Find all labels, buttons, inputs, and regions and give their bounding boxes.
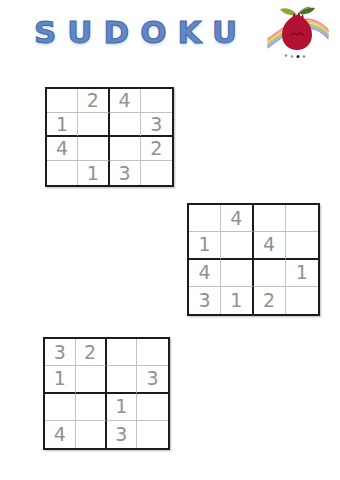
puzzle-1-cell-r3c3[interactable] xyxy=(110,137,141,161)
puzzle-2-cell-r1c2: 4 xyxy=(221,205,253,232)
puzzle-2-cell-r2c2[interactable] xyxy=(221,232,253,259)
puzzle-3-cell-r2c2[interactable] xyxy=(76,366,107,393)
puzzle-2-cell-r3c3[interactable] xyxy=(254,260,286,287)
leaves xyxy=(280,7,315,15)
puzzle-3-cell-r4c4[interactable] xyxy=(137,421,168,448)
puzzle-3-cell-r2c1: 1 xyxy=(45,366,76,393)
puzzle-3-cell-r1c1: 3 xyxy=(45,339,76,366)
pomegranate-rainbow-logo-icon xyxy=(266,5,330,61)
tiny-footer-dots xyxy=(285,54,306,58)
puzzle-3-cell-r2c3[interactable] xyxy=(107,366,138,393)
fruit-body xyxy=(282,13,312,51)
puzzle-2-cell-r4c2: 1 xyxy=(221,287,253,314)
puzzle-3-cell-r4c3: 3 xyxy=(107,421,138,448)
puzzle-2-cell-r1c3[interactable] xyxy=(254,205,286,232)
puzzle-3-cell-r3c1[interactable] xyxy=(45,394,76,421)
puzzle-3-cell-r3c2[interactable] xyxy=(76,394,107,421)
puzzle-2-cell-r1c1[interactable] xyxy=(189,205,221,232)
puzzle-1-cell-r1c4[interactable] xyxy=(141,89,172,113)
puzzle-2-cell-r1c4[interactable] xyxy=(286,205,318,232)
puzzle-3-cell-r2c4: 3 xyxy=(137,366,168,393)
sudoku-grid-1: 24134213 xyxy=(45,87,174,187)
puzzle-2-cell-r2c4[interactable] xyxy=(286,232,318,259)
puzzle-1-cell-r4c3: 3 xyxy=(110,161,141,185)
puzzle-1-cell-r3c4: 2 xyxy=(141,137,172,161)
sudoku-grid-2: 41441312 xyxy=(187,203,320,316)
puzzle-1-cell-r3c2[interactable] xyxy=(78,137,109,161)
puzzle-3-cell-r4c2[interactable] xyxy=(76,421,107,448)
puzzle-3-cell-r4c1: 4 xyxy=(45,421,76,448)
puzzle-2-cell-r3c2[interactable] xyxy=(221,260,253,287)
puzzle-1-cell-r2c3[interactable] xyxy=(110,113,141,137)
puzzle-2-cell-r4c4[interactable] xyxy=(286,287,318,314)
puzzle-1-cell-r1c1[interactable] xyxy=(47,89,78,113)
puzzle-1-cell-r3c1: 4 xyxy=(47,137,78,161)
puzzle-1-cell-r1c2: 2 xyxy=(78,89,109,113)
puzzle-1-cell-r1c3: 4 xyxy=(110,89,141,113)
page-title: SUDOKU xyxy=(34,14,248,50)
puzzle-2-cell-r2c1: 1 xyxy=(189,232,221,259)
puzzle-3-cell-r1c4[interactable] xyxy=(137,339,168,366)
puzzle-2-cell-r4c1: 3 xyxy=(189,287,221,314)
puzzle-3-cell-r1c2: 2 xyxy=(76,339,107,366)
puzzle-1-cell-r4c4[interactable] xyxy=(141,161,172,185)
puzzle-1-cell-r4c1[interactable] xyxy=(47,161,78,185)
puzzle-2-cell-r4c3: 2 xyxy=(254,287,286,314)
puzzle-1-cell-r2c4: 3 xyxy=(141,113,172,137)
puzzle-1-cell-r2c1: 1 xyxy=(47,113,78,137)
puzzle-3-cell-r1c3[interactable] xyxy=(107,339,138,366)
puzzle-1-cell-r2c2[interactable] xyxy=(78,113,109,137)
puzzle-3-cell-r3c3: 1 xyxy=(107,394,138,421)
sudoku-grid-3: 3213143 xyxy=(43,337,170,450)
puzzle-2-cell-r2c3: 4 xyxy=(254,232,286,259)
puzzle-3-cell-r3c4[interactable] xyxy=(137,394,168,421)
worksheet-page: SUDOKU 24134213 41441312 3213143 xyxy=(0,0,340,480)
puzzle-2-cell-r3c4: 1 xyxy=(286,260,318,287)
puzzle-2-cell-r3c1: 4 xyxy=(189,260,221,287)
puzzle-1-cell-r4c2: 1 xyxy=(78,161,109,185)
